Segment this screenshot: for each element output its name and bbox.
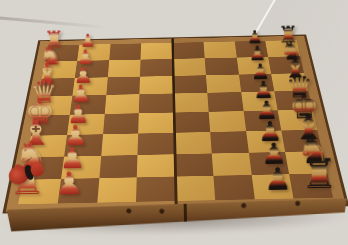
piece-black-pawn-h7: ♟ [264, 164, 292, 196]
piece-white-pawn-h2: ♟ [55, 168, 83, 200]
photo-scene: ♜♟♟♜♞♟♟♞♝♟♟♝♛♟♟♛♚♟♟♚♝♟♟♝♞♟♟♞♜♟♟♜ [0, 0, 348, 245]
board-composition: ♜♟♟♜♞♟♟♞♝♟♟♝♛♟♟♛♚♟♟♚♝♟♟♝♞♟♟♞♜♟♟♜ [0, 0, 348, 245]
piece-black-rook-h8: ♜ [300, 154, 337, 196]
pieces-layer: ♜♟♟♜♞♟♟♞♝♟♟♝♛♟♟♛♚♟♟♚♝♟♟♝♞♟♟♞♜♟♟♜ [0, 0, 348, 245]
